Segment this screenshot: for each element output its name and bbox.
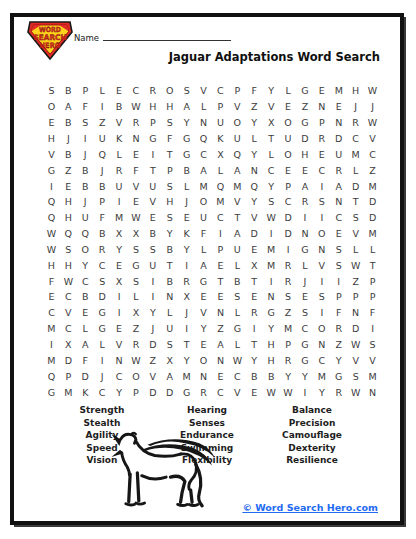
grid-cell: Z: [364, 162, 381, 178]
grid-cell: D: [161, 384, 178, 400]
grid-cell: Y: [178, 352, 195, 368]
grid-cell: I: [330, 273, 347, 289]
grid-cell: Q: [246, 178, 263, 194]
grid-cell: X: [127, 305, 144, 321]
grid-cell: R: [313, 131, 330, 147]
grid-cell: K: [178, 226, 195, 242]
grid-cell: F: [161, 131, 178, 147]
grid-cell: G: [296, 242, 313, 258]
grid-cell: E: [280, 162, 297, 178]
grid-cell: I: [212, 226, 229, 242]
grid-cell: V: [229, 194, 246, 210]
grid-cell: E: [246, 242, 263, 258]
grid-cell: E: [178, 210, 195, 226]
grid-cell: O: [195, 352, 212, 368]
grid-cell: O: [127, 368, 144, 384]
grid-cell: P: [212, 242, 229, 258]
grid-cell: C: [127, 83, 144, 99]
grid-cell: I: [111, 194, 128, 210]
grid-cell: S: [280, 289, 297, 305]
grid-cell: S: [330, 242, 347, 258]
grid-cell: R: [127, 115, 144, 131]
grid-cell: C: [347, 131, 364, 147]
grid-cell: S: [347, 368, 364, 384]
grid-cell: V: [347, 226, 364, 242]
grid-cell: L: [347, 242, 364, 258]
grid-cell: C: [280, 194, 297, 210]
grid-cell: E: [280, 99, 297, 115]
grid-cell: P: [347, 289, 364, 305]
grid-cell: R: [111, 162, 128, 178]
grid-cell: T: [161, 257, 178, 273]
grid-cell: A: [296, 178, 313, 194]
grid-cell: B: [161, 242, 178, 258]
grid-cell: S: [144, 242, 161, 258]
word-list-item: Precision: [256, 417, 368, 430]
grid-cell: O: [313, 321, 330, 337]
grid-cell: N: [330, 115, 347, 131]
grid-cell: R: [195, 384, 212, 400]
word-list-item: Resilience: [256, 454, 368, 467]
grid-cell: E: [246, 289, 263, 305]
grid-cell: G: [178, 146, 195, 162]
grid-cell: S: [178, 83, 195, 99]
grid-cell: F: [94, 210, 111, 226]
grid-cell: Y: [330, 352, 347, 368]
grid-cell: P: [280, 337, 297, 353]
grid-cell: C: [94, 257, 111, 273]
grid-cell: N: [313, 242, 330, 258]
grid-cell: Z: [127, 321, 144, 337]
grid-cell: A: [195, 257, 212, 273]
grid-cell: D: [330, 131, 347, 147]
grid-cell: P: [364, 273, 381, 289]
grid-cell: R: [280, 273, 297, 289]
grid-cell: M: [43, 352, 60, 368]
grid-cell: W: [127, 352, 144, 368]
grid-cell: G: [178, 131, 195, 147]
grid-cell: P: [212, 99, 229, 115]
grid-cell: E: [127, 146, 144, 162]
grid-cell: S: [313, 194, 330, 210]
grid-cell: Q: [212, 178, 229, 194]
grid-cell: C: [111, 368, 128, 384]
grid-cell: D: [364, 194, 381, 210]
grid-cell: G: [296, 115, 313, 131]
grid-cell: Y: [77, 257, 94, 273]
grid-cell: L: [246, 131, 263, 147]
grid-cell: E: [313, 83, 330, 99]
letter-grid: SBPLECROSVCPFYLGEMHWOAFIBWHHALPVZVEZNEJJ…: [43, 83, 381, 400]
grid-cell: I: [178, 321, 195, 337]
name-blank-line: [103, 31, 231, 41]
grid-cell: U: [94, 131, 111, 147]
grid-cell: R: [347, 115, 364, 131]
grid-cell: X: [60, 337, 77, 353]
grid-cell: M: [313, 368, 330, 384]
grid-cell: C: [60, 321, 77, 337]
svg-text:HERO: HERO: [40, 41, 61, 50]
grid-cell: S: [77, 115, 94, 131]
grid-cell: Z: [330, 337, 347, 353]
grid-cell: L: [229, 257, 246, 273]
grid-cell: C: [296, 321, 313, 337]
grid-cell: B: [77, 178, 94, 194]
grid-cell: N: [330, 194, 347, 210]
grid-cell: C: [212, 384, 229, 400]
grid-cell: W: [364, 83, 381, 99]
grid-cell: U: [161, 321, 178, 337]
grid-cell: V: [43, 146, 60, 162]
grid-cell: V: [313, 257, 330, 273]
grid-cell: P: [94, 194, 111, 210]
grid-cell: R: [280, 352, 297, 368]
grid-cell: L: [195, 99, 212, 115]
grid-cell: J: [347, 99, 364, 115]
grid-cell: Q: [94, 146, 111, 162]
grid-cell: A: [195, 162, 212, 178]
grid-cell: L: [229, 337, 246, 353]
grid-cell: N: [313, 99, 330, 115]
grid-cell: A: [161, 368, 178, 384]
grid-cell: B: [144, 226, 161, 242]
grid-cell: G: [144, 131, 161, 147]
grid-cell: L: [229, 305, 246, 321]
grid-cell: M: [347, 146, 364, 162]
grid-cell: P: [127, 384, 144, 400]
grid-cell: I: [43, 337, 60, 353]
grid-cell: T: [246, 273, 263, 289]
grid-cell: W: [280, 384, 297, 400]
grid-cell: S: [347, 210, 364, 226]
grid-cell: P: [77, 83, 94, 99]
grid-cell: N: [313, 337, 330, 353]
grid-cell: C: [195, 146, 212, 162]
grid-cell: S: [161, 115, 178, 131]
grid-cell: E: [195, 289, 212, 305]
grid-cell: S: [94, 273, 111, 289]
grid-cell: E: [212, 289, 229, 305]
grid-cell: M: [364, 226, 381, 242]
grid-cell: N: [212, 305, 229, 321]
worksheet-sheet: WORD SEARCH HERO Name Jaguar Adaptations…: [10, 13, 404, 525]
grid-cell: P: [161, 162, 178, 178]
grid-cell: B: [94, 226, 111, 242]
grid-cell: I: [111, 305, 128, 321]
grid-cell: P: [313, 115, 330, 131]
grid-cell: A: [229, 162, 246, 178]
word-search-hero-link[interactable]: © Word Search Hero.com: [242, 502, 378, 513]
grid-cell: D: [347, 178, 364, 194]
grid-cell: Q: [43, 368, 60, 384]
grid-cell: D: [94, 289, 111, 305]
grid-cell: X: [111, 226, 128, 242]
grid-cell: L: [94, 83, 111, 99]
grid-cell: T: [178, 337, 195, 353]
grid-cell: E: [60, 178, 77, 194]
grid-cell: W: [347, 257, 364, 273]
grid-cell: B: [178, 162, 195, 178]
grid-cell: N: [127, 131, 144, 147]
grid-cell: G: [127, 257, 144, 273]
word-list-item: Stealth: [46, 417, 158, 430]
grid-cell: J: [296, 273, 313, 289]
grid-cell: P: [364, 289, 381, 305]
grid-cell: M: [60, 384, 77, 400]
grid-cell: W: [229, 352, 246, 368]
grid-cell: Y: [178, 242, 195, 258]
grid-cell: D: [280, 226, 297, 242]
grid-cell: O: [77, 242, 94, 258]
grid-cell: W: [263, 210, 280, 226]
grid-cell: X: [246, 257, 263, 273]
grid-cell: R: [280, 257, 297, 273]
grid-cell: S: [127, 273, 144, 289]
grid-cell: W: [43, 242, 60, 258]
grid-cell: D: [246, 226, 263, 242]
grid-cell: E: [43, 289, 60, 305]
grid-cell: N: [347, 305, 364, 321]
grid-cell: B: [60, 146, 77, 162]
grid-cell: B: [77, 162, 94, 178]
jaguar-mascot-icon: [110, 431, 218, 521]
grid-cell: H: [161, 99, 178, 115]
grid-cell: Y: [195, 321, 212, 337]
grid-cell: C: [60, 289, 77, 305]
grid-cell: E: [144, 210, 161, 226]
grid-cell: S: [313, 289, 330, 305]
grid-cell: Y: [246, 146, 263, 162]
grid-cell: I: [263, 226, 280, 242]
grid-cell: D: [144, 384, 161, 400]
grid-cell: N: [296, 226, 313, 242]
grid-cell: G: [94, 305, 111, 321]
grid-cell: C: [263, 162, 280, 178]
grid-cell: E: [111, 257, 128, 273]
grid-cell: Y: [111, 242, 128, 258]
grid-cell: N: [212, 352, 229, 368]
grid-cell: B: [60, 83, 77, 99]
grid-cell: Y: [296, 368, 313, 384]
grid-cell: V: [144, 194, 161, 210]
grid-cell: V: [111, 115, 128, 131]
grid-cell: V: [364, 352, 381, 368]
grid-cell: E: [212, 257, 229, 273]
grid-cell: T: [347, 194, 364, 210]
grid-cell: U: [229, 131, 246, 147]
grid-cell: C: [229, 368, 246, 384]
grid-cell: C: [212, 83, 229, 99]
grid-cell: P: [60, 368, 77, 384]
grid-cell: N: [195, 115, 212, 131]
grid-cell: R: [94, 242, 111, 258]
grid-cell: I: [178, 257, 195, 273]
grid-cell: T: [246, 337, 263, 353]
grid-cell: D: [60, 352, 77, 368]
grid-cell: W: [60, 273, 77, 289]
grid-cell: V: [263, 99, 280, 115]
grid-cell: G: [229, 321, 246, 337]
grid-cell: U: [77, 210, 94, 226]
word-list-item: Dexterity: [256, 442, 368, 455]
grid-cell: I: [43, 178, 60, 194]
grid-cell: C: [212, 210, 229, 226]
grid-cell: S: [296, 305, 313, 321]
grid-cell: Y: [144, 305, 161, 321]
grid-cell: J: [94, 368, 111, 384]
grid-cell: Y: [280, 368, 297, 384]
grid-cell: B: [94, 178, 111, 194]
grid-cell: C: [77, 273, 94, 289]
grid-cell: G: [178, 384, 195, 400]
grid-cell: F: [364, 305, 381, 321]
grid-cell: H: [161, 194, 178, 210]
grid-cell: P: [280, 178, 297, 194]
grid-cell: G: [296, 352, 313, 368]
word-list-item: Strength: [46, 404, 158, 417]
grid-cell: H: [60, 194, 77, 210]
grid-cell: E: [43, 115, 60, 131]
grid-cell: B: [246, 368, 263, 384]
grid-cell: I: [313, 305, 330, 321]
grid-cell: Q: [229, 146, 246, 162]
grid-cell: V: [144, 368, 161, 384]
grid-cell: M: [111, 210, 128, 226]
grid-cell: N: [195, 368, 212, 384]
grid-cell: T: [212, 273, 229, 289]
grid-cell: O: [195, 194, 212, 210]
grid-cell: G: [195, 273, 212, 289]
grid-cell: O: [43, 99, 60, 115]
grid-cell: E: [296, 289, 313, 305]
grid-cell: Y: [178, 115, 195, 131]
grid-cell: O: [280, 146, 297, 162]
grid-cell: E: [330, 226, 347, 242]
grid-cell: L: [77, 321, 94, 337]
grid-cell: I: [313, 273, 330, 289]
grid-cell: X: [263, 115, 280, 131]
grid-cell: L: [296, 257, 313, 273]
worksheet-page: WORD SEARCH HERO Name Jaguar Adaptations…: [0, 0, 416, 539]
grid-cell: V: [111, 337, 128, 353]
grid-cell: J: [94, 162, 111, 178]
grid-cell: H: [296, 146, 313, 162]
grid-cell: E: [111, 83, 128, 99]
grid-cell: G: [296, 337, 313, 353]
grid-cell: L: [161, 305, 178, 321]
grid-cell: H: [263, 337, 280, 353]
grid-cell: F: [43, 273, 60, 289]
grid-cell: C: [330, 210, 347, 226]
grid-cell: C: [313, 162, 330, 178]
grid-cell: P: [144, 115, 161, 131]
grid-cell: K: [111, 131, 128, 147]
grid-cell: X: [127, 226, 144, 242]
grid-cell: I: [111, 289, 128, 305]
grid-cell: A: [330, 178, 347, 194]
grid-cell: G: [330, 368, 347, 384]
grid-cell: Q: [60, 226, 77, 242]
grid-cell: I: [94, 352, 111, 368]
grid-cell: S: [60, 242, 77, 258]
grid-cell: D: [144, 337, 161, 353]
grid-cell: X: [111, 273, 128, 289]
grid-cell: Y: [246, 194, 263, 210]
grid-cell: G: [263, 305, 280, 321]
word-search-hero-logo-icon: WORD SEARCH HERO: [27, 19, 73, 60]
grid-cell: W: [43, 226, 60, 242]
grid-cell: K: [77, 384, 94, 400]
grid-cell: F: [77, 352, 94, 368]
grid-cell: X: [212, 146, 229, 162]
grid-cell: P: [330, 289, 347, 305]
grid-cell: F: [246, 83, 263, 99]
grid-cell: H: [263, 352, 280, 368]
grid-cell: M: [263, 257, 280, 273]
grid-cell: E: [195, 337, 212, 353]
grid-cell: Z: [94, 115, 111, 131]
grid-cell: D: [347, 321, 364, 337]
grid-cell: M: [330, 83, 347, 99]
grid-cell: R: [330, 162, 347, 178]
grid-cell: A: [77, 337, 94, 353]
grid-cell: F: [330, 305, 347, 321]
grid-cell: H: [43, 257, 60, 273]
grid-cell: S: [330, 257, 347, 273]
grid-cell: Z: [296, 99, 313, 115]
grid-cell: U: [330, 146, 347, 162]
grid-cell: N: [364, 384, 381, 400]
grid-cell: I: [144, 146, 161, 162]
grid-cell: M: [364, 368, 381, 384]
grid-cell: N: [246, 162, 263, 178]
grid-cell: U: [280, 131, 297, 147]
grid-cell: V: [127, 178, 144, 194]
grid-cell: G: [296, 83, 313, 99]
grid-cell: R: [178, 273, 195, 289]
grid-cell: V: [347, 352, 364, 368]
grid-cell: M: [229, 178, 246, 194]
grid-cell: F: [127, 162, 144, 178]
grid-cell: F: [77, 99, 94, 115]
grid-cell: M: [364, 178, 381, 194]
word-list-column-3: BalancePrecisionCamouflageDexterityResil…: [256, 404, 368, 467]
grid-cell: U: [229, 242, 246, 258]
grid-cell: V: [364, 131, 381, 147]
grid-cell: N: [111, 352, 128, 368]
grid-cell: T: [229, 210, 246, 226]
grid-cell: L: [364, 242, 381, 258]
grid-cell: Z: [144, 352, 161, 368]
grid-cell: I: [77, 131, 94, 147]
name-label: Name: [74, 33, 99, 43]
grid-cell: S: [43, 83, 60, 99]
grid-cell: R: [127, 337, 144, 353]
grid-cell: Y: [313, 384, 330, 400]
grid-cell: Z: [347, 273, 364, 289]
grid-cell: E: [77, 305, 94, 321]
grid-cell: M: [195, 178, 212, 194]
grid-cell: L: [263, 146, 280, 162]
grid-cell: I: [296, 384, 313, 400]
grid-cell: I: [263, 273, 280, 289]
grid-cell: Y: [111, 384, 128, 400]
grid-cell: J: [178, 194, 195, 210]
grid-cell: T: [263, 131, 280, 147]
grid-cell: Y: [263, 178, 280, 194]
grid-cell: L: [178, 178, 195, 194]
grid-cell: X: [178, 289, 195, 305]
